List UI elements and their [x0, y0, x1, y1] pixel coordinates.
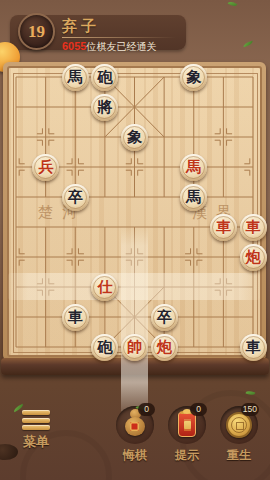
piece-black-砲[interactable]: 砲: [91, 334, 118, 361]
piece-black-象[interactable]: 象: [180, 64, 207, 91]
piece-glyph: 卒: [157, 310, 172, 325]
piece-glyph: 炮: [246, 250, 261, 265]
piece-glyph: 砲: [97, 340, 112, 355]
hint-icon-circle: 0: [168, 406, 206, 444]
piece-red-炮[interactable]: 炮: [151, 334, 178, 361]
piece-black-馬[interactable]: 馬: [180, 184, 207, 211]
undo-label: 悔棋: [109, 447, 161, 464]
page-title: 弃子: [62, 17, 182, 36]
piece-red-帥[interactable]: 帥: [121, 334, 148, 361]
piece-glyph: 帥: [127, 340, 142, 355]
piece-glyph: 象: [127, 130, 142, 145]
passed-count: 6055: [62, 40, 86, 52]
piece-black-車[interactable]: 車: [240, 334, 267, 361]
hint-count-badge: 0: [190, 403, 207, 416]
piece-black-車[interactable]: 車: [62, 304, 89, 331]
piece-black-將[interactable]: 將: [91, 94, 118, 121]
hint-button[interactable]: 0 提示: [161, 406, 213, 464]
piece-black-砲[interactable]: 砲: [91, 64, 118, 91]
leaf-decoration: [243, 41, 254, 47]
piece-red-仕[interactable]: 仕: [91, 274, 118, 301]
hint-label: 提示: [161, 447, 213, 464]
hamburger-icon: [22, 410, 50, 430]
passed-stats: 6055位棋友已经通关: [62, 40, 182, 54]
piece-glyph: 車: [246, 340, 261, 355]
piece-glyph: 仕: [97, 280, 112, 295]
piece-black-卒[interactable]: 卒: [62, 184, 89, 211]
piece-glyph: 車: [246, 220, 261, 235]
piece-glyph: 象: [186, 70, 201, 85]
rebirth-button[interactable]: 150 重生: [213, 406, 265, 464]
undo-button[interactable]: 0 悔棋: [109, 406, 161, 464]
bottom-toolbar: 菜单 0 悔棋 0 提示 150 重生: [0, 380, 270, 480]
piece-red-車[interactable]: 車: [240, 214, 267, 241]
piece-glyph: 炮: [157, 340, 172, 355]
piece-red-炮[interactable]: 炮: [240, 244, 267, 271]
app-root: 弃子 6055位棋友已经通关 19 楚河 漢界 馬砲象將象兵馬卒馬車車炮仕車卒砲…: [0, 0, 270, 480]
piece-red-馬[interactable]: 馬: [180, 154, 207, 181]
undo-icon-circle: 0: [116, 406, 154, 444]
piece-glyph: 車: [68, 310, 83, 325]
passed-suffix: 位棋友已经通关: [86, 41, 156, 52]
level-number: 19: [28, 22, 45, 42]
level-badge: 19: [18, 13, 55, 50]
piece-glyph: 馬: [68, 70, 83, 85]
rebirth-count-badge: 150: [241, 403, 259, 416]
piece-red-兵[interactable]: 兵: [32, 154, 59, 181]
leaf-decoration: [228, 0, 238, 8]
piece-black-卒[interactable]: 卒: [151, 304, 178, 331]
highlight-beam-horizontal: [8, 273, 260, 300]
piece-black-馬[interactable]: 馬: [62, 64, 89, 91]
rebirth-icon-circle: 150: [220, 406, 258, 444]
title-divider: [62, 37, 176, 38]
piece-glyph: 兵: [38, 160, 53, 175]
piece-glyph: 馬: [186, 160, 201, 175]
piece-glyph: 車: [216, 220, 231, 235]
piece-glyph: 砲: [97, 70, 112, 85]
rebirth-label: 重生: [213, 447, 265, 464]
undo-count-badge: 0: [138, 403, 155, 416]
piece-glyph: 馬: [186, 190, 201, 205]
menu-label: 菜单: [15, 433, 57, 451]
piece-black-象[interactable]: 象: [121, 124, 148, 151]
menu-button[interactable]: 菜单: [15, 410, 57, 451]
piece-glyph: 卒: [68, 190, 83, 205]
piece-red-車[interactable]: 車: [210, 214, 237, 241]
red-pouch-icon: [178, 412, 196, 437]
piece-glyph: 將: [97, 100, 112, 115]
